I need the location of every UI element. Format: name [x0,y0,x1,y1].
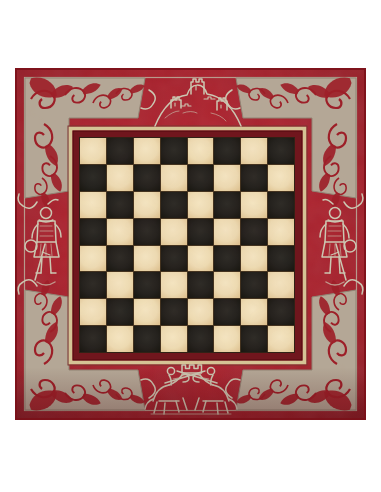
square-b3[interactable] [107,272,133,298]
square-g8[interactable] [241,138,267,164]
square-d8[interactable] [161,138,187,164]
square-c6[interactable] [134,192,160,218]
square-a6[interactable] [80,192,106,218]
square-c2[interactable] [134,299,160,325]
square-e8[interactable] [188,138,214,164]
square-h4[interactable] [268,246,294,272]
square-b4[interactable] [107,246,133,272]
square-f7[interactable] [214,165,240,191]
square-e7[interactable] [188,165,214,191]
square-b2[interactable] [107,299,133,325]
square-h8[interactable] [268,138,294,164]
square-g3[interactable] [241,272,267,298]
square-f3[interactable] [214,272,240,298]
square-a5[interactable] [80,219,106,245]
square-a8[interactable] [80,138,106,164]
square-g6[interactable] [241,192,267,218]
square-d3[interactable] [161,272,187,298]
square-c1[interactable] [134,326,160,352]
square-g4[interactable] [241,246,267,272]
square-h5[interactable] [268,219,294,245]
square-d5[interactable] [161,219,187,245]
square-g2[interactable] [241,299,267,325]
square-d7[interactable] [161,165,187,191]
square-a4[interactable] [80,246,106,272]
square-a2[interactable] [80,299,106,325]
square-h6[interactable] [268,192,294,218]
square-b6[interactable] [107,192,133,218]
square-b8[interactable] [107,138,133,164]
square-c4[interactable] [134,246,160,272]
square-a1[interactable] [80,326,106,352]
square-h3[interactable] [268,272,294,298]
square-f8[interactable] [214,138,240,164]
square-f6[interactable] [214,192,240,218]
square-h2[interactable] [268,299,294,325]
square-c5[interactable] [134,219,160,245]
square-f1[interactable] [214,326,240,352]
square-c8[interactable] [134,138,160,164]
square-e4[interactable] [188,246,214,272]
square-b1[interactable] [107,326,133,352]
square-h1[interactable] [268,326,294,352]
square-b7[interactable] [107,165,133,191]
square-d6[interactable] [161,192,187,218]
square-f5[interactable] [214,219,240,245]
square-c3[interactable] [134,272,160,298]
page [0,0,381,492]
square-e3[interactable] [188,272,214,298]
square-e2[interactable] [188,299,214,325]
square-a7[interactable] [80,165,106,191]
square-f4[interactable] [214,246,240,272]
square-g5[interactable] [241,219,267,245]
square-c7[interactable] [134,165,160,191]
square-g1[interactable] [241,326,267,352]
square-d4[interactable] [161,246,187,272]
square-d1[interactable] [161,326,187,352]
square-a3[interactable] [80,272,106,298]
square-e6[interactable] [188,192,214,218]
square-g7[interactable] [241,165,267,191]
chessboard [79,137,295,353]
square-e1[interactable] [188,326,214,352]
chessboard-photo [15,68,366,420]
square-e5[interactable] [188,219,214,245]
square-h7[interactable] [268,165,294,191]
square-d2[interactable] [161,299,187,325]
square-b5[interactable] [107,219,133,245]
square-f2[interactable] [214,299,240,325]
